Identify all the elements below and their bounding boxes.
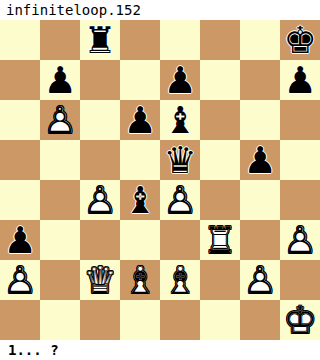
square-d5[interactable] (120, 140, 160, 180)
square-g5[interactable]: ♟ (240, 140, 280, 180)
square-f1[interactable] (200, 300, 240, 340)
square-f4[interactable] (200, 180, 240, 220)
square-c3[interactable] (80, 220, 120, 260)
square-g6[interactable] (240, 100, 280, 140)
square-d3[interactable] (120, 220, 160, 260)
piece-white-pawn: ♟♙ (160, 180, 200, 220)
square-b1[interactable] (40, 300, 80, 340)
square-d4[interactable]: ♝ (120, 180, 160, 220)
square-b7[interactable]: ♟ (40, 60, 80, 100)
piece-white-pawn: ♟♙ (80, 180, 120, 220)
piece-white-bishop: ♝♗ (160, 260, 200, 300)
square-b2[interactable] (40, 260, 80, 300)
piece-black-king: ♚ (280, 20, 320, 60)
square-h7[interactable]: ♟ (280, 60, 320, 100)
square-c6[interactable] (80, 100, 120, 140)
square-e8[interactable] (160, 20, 200, 60)
square-h5[interactable] (280, 140, 320, 180)
square-e4[interactable]: ♟♙ (160, 180, 200, 220)
square-c8[interactable]: ♜ (80, 20, 120, 60)
window-title: infiniteloop.152 (0, 0, 320, 20)
square-d8[interactable] (120, 20, 160, 60)
square-a5[interactable] (0, 140, 40, 180)
square-f6[interactable] (200, 100, 240, 140)
square-c5[interactable] (80, 140, 120, 180)
square-f2[interactable] (200, 260, 240, 300)
piece-black-bishop: ♝ (160, 100, 200, 140)
chess-board: ♜♚♟♟♟♟♙♟♝♛♟♟♙♝♟♙♟♜♖♟♙♟♙♛♕♝♗♝♗♟♙♚♔ (0, 20, 320, 340)
piece-black-bishop: ♝ (120, 180, 160, 220)
square-c7[interactable] (80, 60, 120, 100)
square-a6[interactable] (0, 100, 40, 140)
piece-black-queen: ♛ (160, 140, 200, 180)
square-a8[interactable] (0, 20, 40, 60)
square-a7[interactable] (0, 60, 40, 100)
piece-white-bishop: ♝♗ (120, 260, 160, 300)
square-h6[interactable] (280, 100, 320, 140)
move-prompt: 1... ? (0, 340, 320, 360)
square-c2[interactable]: ♛♕ (80, 260, 120, 300)
piece-black-pawn: ♟ (280, 60, 320, 100)
square-b3[interactable] (40, 220, 80, 260)
square-e1[interactable] (160, 300, 200, 340)
square-d7[interactable] (120, 60, 160, 100)
piece-white-pawn: ♟♙ (240, 260, 280, 300)
piece-black-pawn: ♟ (0, 220, 40, 260)
square-g8[interactable] (240, 20, 280, 60)
square-f5[interactable] (200, 140, 240, 180)
square-a3[interactable]: ♟ (0, 220, 40, 260)
square-g3[interactable] (240, 220, 280, 260)
square-e3[interactable] (160, 220, 200, 260)
square-f3[interactable]: ♜♖ (200, 220, 240, 260)
square-f7[interactable] (200, 60, 240, 100)
piece-black-rook: ♜ (80, 20, 120, 60)
piece-white-king: ♚♔ (280, 300, 320, 340)
piece-black-pawn: ♟ (40, 60, 80, 100)
piece-white-pawn: ♟♙ (0, 260, 40, 300)
piece-black-pawn: ♟ (240, 140, 280, 180)
square-e2[interactable]: ♝♗ (160, 260, 200, 300)
piece-black-pawn: ♟ (120, 100, 160, 140)
piece-white-pawn: ♟♙ (40, 100, 80, 140)
square-g2[interactable]: ♟♙ (240, 260, 280, 300)
square-d6[interactable]: ♟ (120, 100, 160, 140)
square-b4[interactable] (40, 180, 80, 220)
square-h3[interactable]: ♟♙ (280, 220, 320, 260)
square-h4[interactable] (280, 180, 320, 220)
square-a1[interactable] (0, 300, 40, 340)
square-e5[interactable]: ♛ (160, 140, 200, 180)
square-a4[interactable] (0, 180, 40, 220)
square-g7[interactable] (240, 60, 280, 100)
square-b8[interactable] (40, 20, 80, 60)
square-b5[interactable] (40, 140, 80, 180)
square-d2[interactable]: ♝♗ (120, 260, 160, 300)
square-e6[interactable]: ♝ (160, 100, 200, 140)
piece-white-pawn: ♟♙ (280, 220, 320, 260)
piece-white-queen: ♛♕ (80, 260, 120, 300)
square-a2[interactable]: ♟♙ (0, 260, 40, 300)
square-b6[interactable]: ♟♙ (40, 100, 80, 140)
square-h1[interactable]: ♚♔ (280, 300, 320, 340)
piece-white-rook: ♜♖ (200, 220, 240, 260)
square-e7[interactable]: ♟ (160, 60, 200, 100)
square-d1[interactable] (120, 300, 160, 340)
square-c1[interactable] (80, 300, 120, 340)
square-h2[interactable] (280, 260, 320, 300)
square-h8[interactable]: ♚ (280, 20, 320, 60)
square-f8[interactable] (200, 20, 240, 60)
piece-black-pawn: ♟ (160, 60, 200, 100)
square-g1[interactable] (240, 300, 280, 340)
square-c4[interactable]: ♟♙ (80, 180, 120, 220)
square-g4[interactable] (240, 180, 280, 220)
